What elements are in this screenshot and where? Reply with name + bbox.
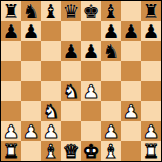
square-d4[interactable]: ♞ bbox=[61, 81, 81, 101]
black-king: ♚ bbox=[82, 1, 99, 21]
square-d1[interactable]: ♛ bbox=[61, 141, 81, 161]
square-b4[interactable] bbox=[21, 81, 41, 101]
square-f2[interactable]: ♟ bbox=[101, 121, 121, 141]
square-h1[interactable]: ♜ bbox=[141, 141, 161, 161]
white-bishop: ♝ bbox=[42, 141, 59, 161]
square-f7[interactable]: ♟ bbox=[101, 21, 121, 41]
white-pawn: ♟ bbox=[102, 121, 119, 141]
square-d8[interactable]: ♛ bbox=[61, 1, 81, 21]
white-bishop: ♝ bbox=[102, 141, 119, 161]
square-h2[interactable]: ♟ bbox=[141, 121, 161, 141]
square-g1[interactable] bbox=[121, 141, 141, 161]
black-pawn: ♟ bbox=[2, 21, 19, 41]
square-a3[interactable] bbox=[1, 101, 21, 121]
square-f1[interactable]: ♝ bbox=[101, 141, 121, 161]
square-b1[interactable] bbox=[21, 141, 41, 161]
black-bishop: ♝ bbox=[102, 1, 119, 21]
square-a7[interactable]: ♟ bbox=[1, 21, 21, 41]
black-pawn: ♟ bbox=[142, 21, 159, 41]
black-rook: ♜ bbox=[2, 1, 19, 21]
square-h5[interactable] bbox=[141, 61, 161, 81]
square-d3[interactable] bbox=[61, 101, 81, 121]
square-b3[interactable] bbox=[21, 101, 41, 121]
white-knight: ♞ bbox=[42, 101, 59, 121]
black-pawn: ♟ bbox=[62, 41, 79, 61]
black-knight: ♞ bbox=[22, 1, 39, 21]
square-g7[interactable]: ♟ bbox=[121, 21, 141, 41]
white-rook: ♜ bbox=[2, 141, 19, 161]
black-rook: ♜ bbox=[142, 1, 159, 21]
white-pawn: ♟ bbox=[82, 81, 99, 101]
square-b6[interactable] bbox=[21, 41, 41, 61]
black-pawn: ♟ bbox=[102, 21, 119, 41]
square-a2[interactable]: ♟ bbox=[1, 121, 21, 141]
square-g4[interactable] bbox=[121, 81, 141, 101]
square-e5[interactable] bbox=[81, 61, 101, 81]
square-e8[interactable]: ♚ bbox=[81, 1, 101, 21]
square-f3[interactable] bbox=[101, 101, 121, 121]
black-pawn: ♟ bbox=[82, 41, 99, 61]
square-h8[interactable]: ♜ bbox=[141, 1, 161, 21]
square-h7[interactable]: ♟ bbox=[141, 21, 161, 41]
white-pawn: ♟ bbox=[122, 101, 139, 121]
square-a6[interactable] bbox=[1, 41, 21, 61]
square-f8[interactable]: ♝ bbox=[101, 1, 121, 21]
square-c6[interactable] bbox=[41, 41, 61, 61]
square-e4[interactable]: ♟ bbox=[81, 81, 101, 101]
chess-board: ♜♞♝♛♚♝♜♟♟♟♟♟♟♟♞♞♟♞♟♟♟♟♟♟♜♝♛♚♝♜ bbox=[0, 0, 162, 162]
square-c2[interactable]: ♟ bbox=[41, 121, 61, 141]
square-e2[interactable] bbox=[81, 121, 101, 141]
square-c5[interactable] bbox=[41, 61, 61, 81]
square-g8[interactable] bbox=[121, 1, 141, 21]
square-f5[interactable] bbox=[101, 61, 121, 81]
square-b7[interactable]: ♟ bbox=[21, 21, 41, 41]
square-a4[interactable] bbox=[1, 81, 21, 101]
square-c1[interactable]: ♝ bbox=[41, 141, 61, 161]
square-b8[interactable]: ♞ bbox=[21, 1, 41, 21]
square-h6[interactable] bbox=[141, 41, 161, 61]
square-c8[interactable]: ♝ bbox=[41, 1, 61, 21]
white-rook: ♜ bbox=[142, 141, 159, 161]
square-b2[interactable]: ♟ bbox=[21, 121, 41, 141]
square-d5[interactable] bbox=[61, 61, 81, 81]
square-g5[interactable] bbox=[121, 61, 141, 81]
black-bishop: ♝ bbox=[42, 1, 59, 21]
white-king: ♚ bbox=[82, 141, 99, 161]
square-f6[interactable]: ♞ bbox=[101, 41, 121, 61]
white-pawn: ♟ bbox=[2, 121, 19, 141]
square-e3[interactable] bbox=[81, 101, 101, 121]
square-g6[interactable] bbox=[121, 41, 141, 61]
square-h4[interactable] bbox=[141, 81, 161, 101]
square-c3[interactable]: ♞ bbox=[41, 101, 61, 121]
square-d2[interactable] bbox=[61, 121, 81, 141]
square-g2[interactable] bbox=[121, 121, 141, 141]
square-e7[interactable] bbox=[81, 21, 101, 41]
square-f4[interactable] bbox=[101, 81, 121, 101]
square-d7[interactable] bbox=[61, 21, 81, 41]
white-queen: ♛ bbox=[62, 141, 79, 161]
square-g3[interactable]: ♟ bbox=[121, 101, 141, 121]
square-b5[interactable] bbox=[21, 61, 41, 81]
black-pawn: ♟ bbox=[122, 21, 139, 41]
white-pawn: ♟ bbox=[42, 121, 59, 141]
square-a5[interactable] bbox=[1, 61, 21, 81]
black-knight: ♞ bbox=[102, 41, 119, 61]
square-a1[interactable]: ♜ bbox=[1, 141, 21, 161]
square-e6[interactable]: ♟ bbox=[81, 41, 101, 61]
square-d6[interactable]: ♟ bbox=[61, 41, 81, 61]
square-e1[interactable]: ♚ bbox=[81, 141, 101, 161]
white-knight: ♞ bbox=[62, 81, 79, 101]
white-pawn: ♟ bbox=[22, 121, 39, 141]
white-pawn: ♟ bbox=[142, 121, 159, 141]
square-h3[interactable] bbox=[141, 101, 161, 121]
black-queen: ♛ bbox=[62, 1, 79, 21]
square-a8[interactable]: ♜ bbox=[1, 1, 21, 21]
square-c7[interactable] bbox=[41, 21, 61, 41]
square-c4[interactable] bbox=[41, 81, 61, 101]
black-pawn: ♟ bbox=[22, 21, 39, 41]
